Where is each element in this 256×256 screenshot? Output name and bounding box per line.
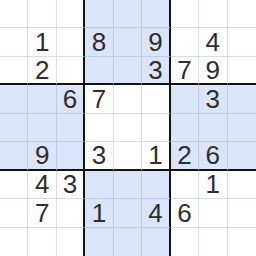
cell-r2c4[interactable]: 8 (85, 28, 113, 56)
cell-r8c7[interactable]: 6 (171, 199, 199, 227)
cell-r6c9[interactable] (228, 142, 256, 170)
cell-r7c3[interactable]: 3 (57, 171, 85, 199)
cell-r9c1[interactable] (0, 228, 28, 256)
cell-r1c8[interactable] (199, 0, 227, 28)
cell-r8c1[interactable] (0, 199, 28, 227)
cell-r6c6[interactable]: 1 (142, 142, 170, 170)
cell-r4c3[interactable]: 6 (57, 85, 85, 113)
cell-r5c6[interactable] (142, 114, 170, 142)
cell-r4c8[interactable]: 3 (199, 85, 227, 113)
cell-r7c8[interactable]: 1 (199, 171, 227, 199)
cell-r1c1[interactable] (0, 0, 28, 28)
cell-r3c9[interactable] (228, 57, 256, 85)
cell-r3c4[interactable] (85, 57, 113, 85)
cell-r6c2[interactable]: 9 (28, 142, 56, 170)
cell-r1c4[interactable] (85, 0, 113, 28)
cell-r6c3[interactable] (57, 142, 85, 170)
cell-r3c8[interactable]: 9 (199, 57, 227, 85)
cell-r8c3[interactable] (57, 199, 85, 227)
sudoku-board: 18942379673931264317146 (0, 0, 256, 256)
cell-r9c3[interactable] (57, 228, 85, 256)
cell-r9c2[interactable] (28, 228, 56, 256)
cell-r3c6[interactable]: 3 (142, 57, 170, 85)
cell-r8c2[interactable]: 7 (28, 199, 56, 227)
cell-r1c5[interactable] (114, 0, 142, 28)
cell-r9c8[interactable] (199, 228, 227, 256)
cell-r5c2[interactable] (28, 114, 56, 142)
cell-r1c9[interactable] (228, 0, 256, 28)
cell-r5c7[interactable] (171, 114, 199, 142)
cell-r2c5[interactable] (114, 28, 142, 56)
cell-r7c5[interactable] (114, 171, 142, 199)
cell-r2c7[interactable] (171, 28, 199, 56)
cell-r5c3[interactable] (57, 114, 85, 142)
cell-r7c4[interactable] (85, 171, 113, 199)
cell-r9c6[interactable] (142, 228, 170, 256)
cell-r7c1[interactable] (0, 171, 28, 199)
cell-r6c7[interactable]: 2 (171, 142, 199, 170)
cell-r9c4[interactable] (85, 228, 113, 256)
cell-r1c6[interactable] (142, 0, 170, 28)
cell-r2c9[interactable] (228, 28, 256, 56)
cell-r8c5[interactable] (114, 199, 142, 227)
cell-r3c5[interactable] (114, 57, 142, 85)
cell-r8c4[interactable]: 1 (85, 199, 113, 227)
cell-r7c7[interactable] (171, 171, 199, 199)
cell-r4c4[interactable]: 7 (85, 85, 113, 113)
cell-r4c1[interactable] (0, 85, 28, 113)
cell-r1c3[interactable] (57, 0, 85, 28)
cell-r8c9[interactable] (228, 199, 256, 227)
cell-r4c9[interactable] (228, 85, 256, 113)
cell-r6c4[interactable]: 3 (85, 142, 113, 170)
cell-r2c6[interactable]: 9 (142, 28, 170, 56)
cell-r9c9[interactable] (228, 228, 256, 256)
cell-r6c8[interactable]: 6 (199, 142, 227, 170)
cell-r2c2[interactable]: 1 (28, 28, 56, 56)
cell-r1c2[interactable] (28, 0, 56, 28)
cell-r7c2[interactable]: 4 (28, 171, 56, 199)
cell-r5c1[interactable] (0, 114, 28, 142)
cell-r4c2[interactable] (28, 85, 56, 113)
cell-r6c5[interactable] (114, 142, 142, 170)
cell-r2c8[interactable]: 4 (199, 28, 227, 56)
cell-r5c9[interactable] (228, 114, 256, 142)
cell-r2c1[interactable] (0, 28, 28, 56)
cell-r8c8[interactable] (199, 199, 227, 227)
cell-r3c7[interactable]: 7 (171, 57, 199, 85)
cell-r9c7[interactable] (171, 228, 199, 256)
cell-r4c5[interactable] (114, 85, 142, 113)
cell-r3c2[interactable]: 2 (28, 57, 56, 85)
cell-r5c4[interactable] (85, 114, 113, 142)
cell-r7c6[interactable] (142, 171, 170, 199)
cell-r4c7[interactable] (171, 85, 199, 113)
cell-r5c5[interactable] (114, 114, 142, 142)
cell-r3c1[interactable] (0, 57, 28, 85)
cell-r8c6[interactable]: 4 (142, 199, 170, 227)
cell-r9c5[interactable] (114, 228, 142, 256)
cell-r6c1[interactable] (0, 142, 28, 170)
cell-r3c3[interactable] (57, 57, 85, 85)
cell-r7c9[interactable] (228, 171, 256, 199)
cell-r5c8[interactable] (199, 114, 227, 142)
cell-r4c6[interactable] (142, 85, 170, 113)
cell-r2c3[interactable] (57, 28, 85, 56)
cell-r1c7[interactable] (171, 0, 199, 28)
